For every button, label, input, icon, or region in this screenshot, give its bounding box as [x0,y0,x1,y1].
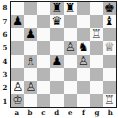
square-a1[interactable]: ♔ [11,94,24,107]
square-c1[interactable] [37,94,50,107]
rank-label-4: 4 [0,55,10,68]
white-queen-h5[interactable]: ♕ [104,41,115,54]
rank-label-2: 2 [0,81,10,94]
square-h1[interactable]: ♖ [103,94,116,107]
square-f6[interactable] [77,28,90,41]
square-d6[interactable] [50,28,63,41]
square-d2[interactable] [50,81,63,94]
square-a4[interactable] [11,55,24,68]
square-b3[interactable] [24,68,37,81]
white-rook-h1[interactable]: ♖ [104,94,115,107]
black-pawn-b6[interactable]: ♟ [25,28,36,41]
chess-board[interactable]: ♜♜♚♟♛♝♟♖♙♞♕♗♟♙♙♙♔♖ [10,1,117,108]
square-h5[interactable]: ♕ [103,41,116,54]
black-king-h8[interactable]: ♚ [104,2,115,15]
white-rook-g6[interactable]: ♖ [91,28,102,41]
black-queen-d7[interactable]: ♛ [52,15,63,28]
file-label-e: e [64,108,77,118]
square-g7[interactable] [90,15,103,28]
square-g6[interactable]: ♖ [90,28,103,41]
square-g1[interactable] [90,94,103,107]
square-b7[interactable] [24,15,37,28]
file-label-h: h [104,108,117,118]
chess-diagram: 87654321 ♜♜♚♟♛♝♟♖♙♞♕♗♟♙♙♙♔♖ abcdefgh [0,0,118,118]
square-g2[interactable] [90,81,103,94]
square-e8[interactable]: ♜ [64,2,77,15]
rank-labels: 87654321 [0,1,10,108]
square-h2[interactable] [103,81,116,94]
white-bishop-b4[interactable]: ♗ [25,55,36,68]
square-g4[interactable] [90,55,103,68]
square-d5[interactable] [50,41,63,54]
square-e6[interactable] [64,28,77,41]
square-e2[interactable] [64,81,77,94]
square-g3[interactable] [90,68,103,81]
black-pawn-d4[interactable]: ♟ [52,55,63,68]
square-e4[interactable] [64,55,77,68]
black-pawn-a7[interactable]: ♟ [12,15,23,28]
file-label-c: c [37,108,50,118]
square-f8[interactable] [77,2,90,15]
square-f2[interactable] [77,81,90,94]
square-d7[interactable]: ♛ [50,15,63,28]
square-d1[interactable] [50,94,63,107]
square-c4[interactable] [37,55,50,68]
square-a3[interactable] [11,68,24,81]
file-label-g: g [90,108,103,118]
square-h7[interactable]: ♝ [103,15,116,28]
square-b2[interactable]: ♙ [24,81,37,94]
square-h8[interactable]: ♚ [103,2,116,15]
black-bishop-h7[interactable]: ♝ [104,15,115,28]
square-h4[interactable] [103,55,116,68]
square-f4[interactable]: ♙ [77,55,90,68]
square-b5[interactable] [24,41,37,54]
white-king-a1[interactable]: ♔ [12,94,23,107]
rank-label-3: 3 [0,68,10,81]
file-label-b: b [23,108,36,118]
square-f1[interactable] [77,94,90,107]
square-b6[interactable]: ♟ [24,28,37,41]
square-a8[interactable] [11,2,24,15]
square-f3[interactable] [77,68,90,81]
rank-label-5: 5 [0,41,10,54]
square-h3[interactable] [103,68,116,81]
rank-label-1: 1 [0,95,10,108]
black-rook-e8[interactable]: ♜ [65,2,76,15]
square-d3[interactable] [50,68,63,81]
square-c7[interactable] [37,15,50,28]
square-c2[interactable] [37,81,50,94]
square-a7[interactable]: ♟ [11,15,24,28]
white-pawn-e5[interactable]: ♙ [65,41,76,54]
square-c3[interactable] [37,68,50,81]
file-label-d: d [50,108,63,118]
square-d4[interactable]: ♟ [50,55,63,68]
square-f5[interactable]: ♞ [77,41,90,54]
square-e5[interactable]: ♙ [64,41,77,54]
square-g5[interactable] [90,41,103,54]
square-a5[interactable] [11,41,24,54]
square-f7[interactable] [77,15,90,28]
square-a2[interactable]: ♙ [11,81,24,94]
file-label-a: a [10,108,23,118]
white-pawn-f4[interactable]: ♙ [78,55,89,68]
white-pawn-a2[interactable]: ♙ [12,81,23,94]
square-e1[interactable] [64,94,77,107]
square-d8[interactable]: ♜ [50,2,63,15]
rank-label-7: 7 [0,14,10,27]
square-b8[interactable] [24,2,37,15]
square-e7[interactable] [64,15,77,28]
black-knight-f5[interactable]: ♞ [78,41,89,54]
white-pawn-b2[interactable]: ♙ [25,81,36,94]
square-c8[interactable] [37,2,50,15]
rank-label-8: 8 [0,1,10,14]
square-e3[interactable] [64,68,77,81]
rank-label-6: 6 [0,28,10,41]
square-b4[interactable]: ♗ [24,55,37,68]
square-h6[interactable] [103,28,116,41]
square-b1[interactable] [24,94,37,107]
square-c6[interactable] [37,28,50,41]
file-labels: abcdefgh [10,108,117,118]
square-a6[interactable] [11,28,24,41]
black-rook-d8[interactable]: ♜ [52,2,63,15]
square-g8[interactable] [90,2,103,15]
square-c5[interactable] [37,41,50,54]
file-label-f: f [77,108,90,118]
